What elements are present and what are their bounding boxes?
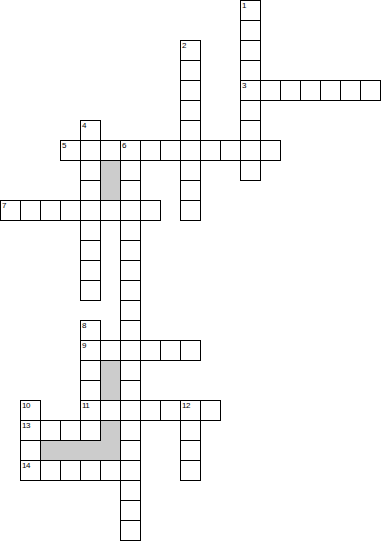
- letter-cell[interactable]: [240, 160, 261, 181]
- letter-cell[interactable]: [260, 140, 281, 161]
- letter-cell[interactable]: [180, 200, 201, 221]
- letter-cell[interactable]: [180, 80, 201, 101]
- letter-cell[interactable]: [180, 460, 201, 481]
- letter-cell[interactable]: [80, 180, 101, 201]
- letter-cell[interactable]: 2: [180, 40, 201, 61]
- letter-cell[interactable]: [280, 80, 301, 101]
- letter-cell[interactable]: [120, 440, 141, 461]
- letter-cell[interactable]: [120, 300, 141, 321]
- crossword-board: 1234567891011121314: [0, 0, 381, 541]
- letter-cell[interactable]: [120, 380, 141, 401]
- letter-cell[interactable]: [120, 280, 141, 301]
- letter-cell[interactable]: [140, 140, 161, 161]
- letter-cell[interactable]: [120, 260, 141, 281]
- letter-cell[interactable]: [240, 140, 261, 161]
- letter-cell[interactable]: 10: [20, 400, 41, 421]
- letter-cell[interactable]: [120, 520, 141, 541]
- letter-cell[interactable]: [240, 40, 261, 61]
- letter-cell[interactable]: [80, 240, 101, 261]
- letter-cell[interactable]: [140, 340, 161, 361]
- letter-cell[interactable]: 12: [180, 400, 201, 421]
- clue-number: 8: [82, 321, 86, 330]
- letter-cell[interactable]: [80, 200, 101, 221]
- letter-cell[interactable]: [80, 260, 101, 281]
- letter-cell[interactable]: 4: [80, 120, 101, 141]
- letter-cell[interactable]: [80, 140, 101, 161]
- shaded-hole: [100, 420, 121, 441]
- shaded-hole: [100, 440, 121, 461]
- crossword-page: 1234567891011121314: [0, 0, 381, 541]
- letter-cell[interactable]: 1: [240, 0, 261, 21]
- letter-cell[interactable]: [80, 280, 101, 301]
- letter-cell[interactable]: [180, 60, 201, 81]
- letter-cell[interactable]: [180, 440, 201, 461]
- letter-cell[interactable]: [160, 340, 181, 361]
- letter-cell[interactable]: [240, 120, 261, 141]
- letter-cell[interactable]: [120, 160, 141, 181]
- letter-cell[interactable]: [220, 140, 241, 161]
- clue-number: 7: [2, 201, 6, 210]
- shaded-hole: [100, 380, 121, 401]
- letter-cell[interactable]: 8: [80, 320, 101, 341]
- letter-cell[interactable]: [240, 20, 261, 41]
- clue-number: 9: [82, 341, 86, 350]
- clue-number: 3: [242, 81, 246, 90]
- letter-cell[interactable]: [360, 80, 381, 101]
- letter-cell[interactable]: [140, 400, 161, 421]
- letter-cell[interactable]: 11: [80, 400, 101, 421]
- clue-number: 5: [62, 141, 66, 150]
- letter-cell[interactable]: 13: [20, 420, 41, 441]
- letter-cell[interactable]: 7: [0, 200, 21, 221]
- letter-cell[interactable]: [120, 340, 141, 361]
- letter-cell[interactable]: [120, 240, 141, 261]
- clue-number: 2: [182, 41, 186, 50]
- letter-cell[interactable]: 6: [120, 140, 141, 161]
- clue-number: 6: [122, 141, 126, 150]
- letter-cell[interactable]: [120, 460, 141, 481]
- letter-cell[interactable]: [60, 200, 81, 221]
- letter-cell[interactable]: [260, 80, 281, 101]
- shaded-hole: [100, 360, 121, 381]
- letter-cell[interactable]: [40, 460, 61, 481]
- clue-number: 13: [22, 421, 30, 430]
- letter-cell[interactable]: [60, 460, 81, 481]
- letter-cell[interactable]: [200, 140, 221, 161]
- letter-cell[interactable]: [160, 400, 181, 421]
- letter-cell[interactable]: [80, 220, 101, 241]
- letter-cell[interactable]: [240, 60, 261, 81]
- clue-number: 10: [22, 401, 30, 410]
- letter-cell[interactable]: [180, 120, 201, 141]
- letter-cell[interactable]: [120, 420, 141, 441]
- letter-cell[interactable]: [120, 480, 141, 501]
- letter-cell[interactable]: [80, 420, 101, 441]
- letter-cell[interactable]: [120, 400, 141, 421]
- letter-cell[interactable]: [180, 420, 201, 441]
- letter-cell[interactable]: [100, 200, 121, 221]
- letter-cell[interactable]: [100, 140, 121, 161]
- clue-number: 12: [182, 401, 190, 410]
- letter-cell[interactable]: [100, 340, 121, 361]
- letter-cell[interactable]: [80, 360, 101, 381]
- letter-cell[interactable]: [80, 380, 101, 401]
- letter-cell[interactable]: [180, 160, 201, 181]
- letter-cell[interactable]: 14: [20, 460, 41, 481]
- letter-cell[interactable]: [120, 200, 141, 221]
- letter-cell[interactable]: [140, 200, 161, 221]
- letter-cell[interactable]: [120, 320, 141, 341]
- letter-cell[interactable]: [100, 460, 121, 481]
- letter-cell[interactable]: 5: [60, 140, 81, 161]
- letter-cell[interactable]: [340, 80, 361, 101]
- letter-cell[interactable]: 9: [80, 340, 101, 361]
- letter-cell[interactable]: [120, 360, 141, 381]
- letter-cell[interactable]: [40, 200, 61, 221]
- clue-number: 1: [242, 1, 246, 10]
- shaded-hole: [80, 440, 101, 461]
- letter-cell[interactable]: [80, 460, 101, 481]
- shaded-hole: [40, 440, 61, 461]
- clue-number: 14: [22, 461, 30, 470]
- letter-cell[interactable]: [60, 420, 81, 441]
- letter-cell[interactable]: [180, 140, 201, 161]
- letter-cell[interactable]: [80, 160, 101, 181]
- letter-cell[interactable]: [160, 140, 181, 161]
- letter-cell[interactable]: [40, 420, 61, 441]
- letter-cell[interactable]: [120, 180, 141, 201]
- letter-cell[interactable]: [180, 340, 201, 361]
- letter-cell[interactable]: [180, 180, 201, 201]
- letter-cell[interactable]: [300, 80, 321, 101]
- clue-number: 4: [82, 121, 86, 130]
- letter-cell[interactable]: [120, 500, 141, 521]
- letter-cell[interactable]: [240, 100, 261, 121]
- shaded-hole: [100, 180, 121, 201]
- letter-cell[interactable]: [200, 400, 221, 421]
- shaded-hole: [60, 440, 81, 461]
- letter-cell[interactable]: 3: [240, 80, 261, 101]
- letter-cell[interactable]: [120, 220, 141, 241]
- clue-number: 11: [82, 401, 89, 410]
- letter-cell[interactable]: [20, 200, 41, 221]
- letter-cell[interactable]: [180, 100, 201, 121]
- letter-cell[interactable]: [320, 80, 341, 101]
- letter-cell[interactable]: [20, 440, 41, 461]
- letter-cell[interactable]: [100, 400, 121, 421]
- shaded-hole: [100, 160, 121, 181]
